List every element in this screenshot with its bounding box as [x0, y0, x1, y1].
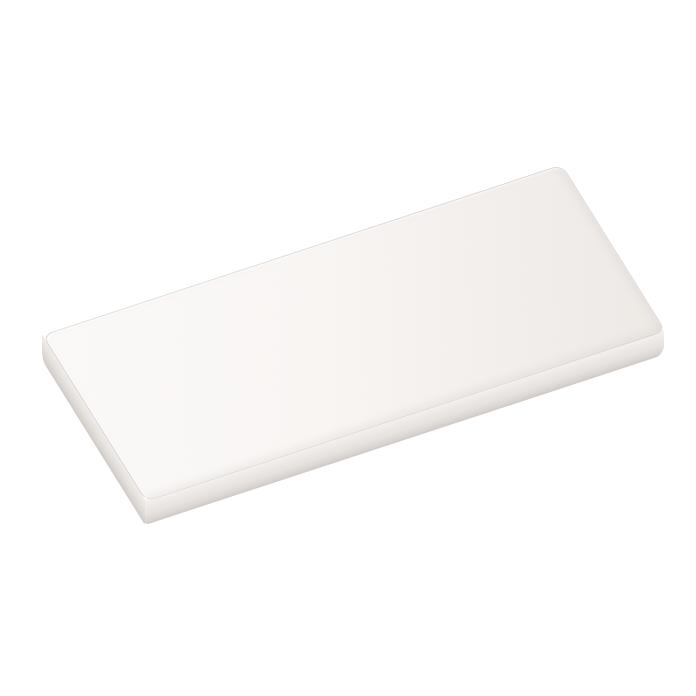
- product-photo: [0, 0, 696, 696]
